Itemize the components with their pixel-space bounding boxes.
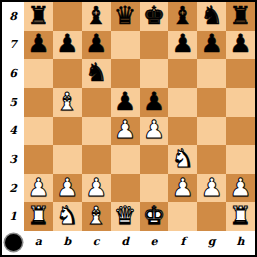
white-rook: ♜ [229,203,251,228]
square-b1[interactable]: ♞ [53,202,82,231]
square-g3[interactable] [197,145,226,174]
square-b3[interactable] [53,145,82,174]
black-pawn: ♟ [85,31,107,56]
black-bishop: ♝ [85,3,107,28]
square-d4[interactable]: ♟ [111,117,140,146]
white-bishop: ♝ [85,203,107,228]
square-a8[interactable]: ♜ [24,2,53,31]
square-b5[interactable]: ♝ [53,88,82,117]
rank-labels: 87654321 [2,2,24,231]
white-knight: ♞ [56,203,78,228]
square-g5[interactable] [197,88,226,117]
black-king: ♚ [143,3,165,28]
square-h5[interactable] [226,88,255,117]
square-d2[interactable] [111,174,140,203]
white-pawn: ♟ [143,117,165,142]
square-f5[interactable] [168,88,197,117]
white-king: ♚ [143,203,165,228]
black-pawn: ♟ [27,31,49,56]
square-c8[interactable]: ♝ [82,2,111,31]
white-rook: ♜ [27,203,49,228]
file-label-c: c [82,231,111,255]
square-h8[interactable]: ♜ [226,2,255,31]
square-c5[interactable] [82,88,111,117]
square-h4[interactable] [226,117,255,146]
rank-label-3: 3 [2,145,24,174]
square-f8[interactable]: ♝ [168,2,197,31]
rank-label-4: 4 [2,117,24,146]
file-label-f: f [168,231,197,255]
file-label-h: h [226,231,255,255]
square-c6[interactable]: ♞ [82,59,111,88]
file-labels: abcdefgh [24,231,255,255]
black-pawn: ♟ [172,31,194,56]
square-g1[interactable] [197,202,226,231]
square-d1[interactable]: ♛ [111,202,140,231]
file-label-b: b [53,231,82,255]
file-label-a: a [24,231,53,255]
file-label-d: d [111,231,140,255]
white-pawn: ♟ [172,175,194,200]
black-pawn: ♟ [229,31,251,56]
square-f3[interactable]: ♞ [168,145,197,174]
square-c1[interactable]: ♝ [82,202,111,231]
square-b8[interactable] [53,2,82,31]
square-a5[interactable] [24,88,53,117]
square-d5[interactable]: ♟ [111,88,140,117]
square-a1[interactable]: ♜ [24,202,53,231]
square-h1[interactable]: ♜ [226,202,255,231]
white-knight: ♞ [172,146,194,171]
black-queen: ♛ [114,3,136,28]
chess-board: ♜♝♛♚♝♞♜♟♟♟♟♟♟♞♝♟♟♟♟♞♟♟♟♟♟♟♜♞♝♛♚♜ [24,2,255,231]
black-pawn: ♟ [143,89,165,114]
square-c2[interactable]: ♟ [82,174,111,203]
square-a6[interactable] [24,59,53,88]
square-e1[interactable]: ♚ [140,202,169,231]
square-d8[interactable]: ♛ [111,2,140,31]
black-knight: ♞ [85,60,107,85]
rank-label-1: 1 [2,202,24,231]
white-pawn: ♟ [229,175,251,200]
square-e4[interactable]: ♟ [140,117,169,146]
square-g2[interactable]: ♟ [197,174,226,203]
square-a2[interactable]: ♟ [24,174,53,203]
square-e2[interactable] [140,174,169,203]
square-d6[interactable] [111,59,140,88]
square-f4[interactable] [168,117,197,146]
black-pawn: ♟ [200,31,222,56]
square-d7[interactable] [111,31,140,60]
square-f7[interactable]: ♟ [168,31,197,60]
square-b2[interactable]: ♟ [53,174,82,203]
square-d3[interactable] [111,145,140,174]
square-g6[interactable] [197,59,226,88]
square-a4[interactable] [24,117,53,146]
square-h6[interactable] [226,59,255,88]
square-f1[interactable] [168,202,197,231]
square-e8[interactable]: ♚ [140,2,169,31]
square-c3[interactable] [82,145,111,174]
square-f6[interactable] [168,59,197,88]
square-f2[interactable]: ♟ [168,174,197,203]
rank-label-2: 2 [2,174,24,203]
square-a7[interactable]: ♟ [24,31,53,60]
rank-label-8: 8 [2,2,24,31]
black-rook: ♜ [27,3,49,28]
square-e7[interactable] [140,31,169,60]
square-a3[interactable] [24,145,53,174]
square-e5[interactable]: ♟ [140,88,169,117]
square-b4[interactable] [53,117,82,146]
rank-label-6: 6 [2,59,24,88]
rank-label-7: 7 [2,31,24,60]
white-pawn: ♟ [200,175,222,200]
square-c7[interactable]: ♟ [82,31,111,60]
bottom-left-corner [2,231,24,255]
white-bishop: ♝ [56,89,78,114]
square-b7[interactable]: ♟ [53,31,82,60]
square-h7[interactable]: ♟ [226,31,255,60]
black-to-move-indicator [5,234,22,251]
square-h3[interactable] [226,145,255,174]
file-label-e: e [140,231,169,255]
white-pawn: ♟ [85,175,107,200]
square-g7[interactable]: ♟ [197,31,226,60]
square-b6[interactable] [53,59,82,88]
black-bishop: ♝ [172,3,194,28]
square-g8[interactable]: ♞ [197,2,226,31]
black-pawn: ♟ [114,89,136,114]
square-g4[interactable] [197,117,226,146]
white-queen: ♛ [114,203,136,228]
white-pawn: ♟ [56,175,78,200]
square-e6[interactable] [140,59,169,88]
white-pawn: ♟ [114,117,136,142]
chess-diagram: 87654321 ♜♝♛♚♝♞♜♟♟♟♟♟♟♞♝♟♟♟♟♞♟♟♟♟♟♟♜♞♝♛♚… [0,0,257,257]
black-knight: ♞ [200,3,222,28]
square-c4[interactable] [82,117,111,146]
square-e3[interactable] [140,145,169,174]
black-rook: ♜ [229,3,251,28]
file-label-g: g [197,231,226,255]
square-h2[interactable]: ♟ [226,174,255,203]
rank-label-5: 5 [2,88,24,117]
white-pawn: ♟ [27,175,49,200]
black-pawn: ♟ [56,31,78,56]
